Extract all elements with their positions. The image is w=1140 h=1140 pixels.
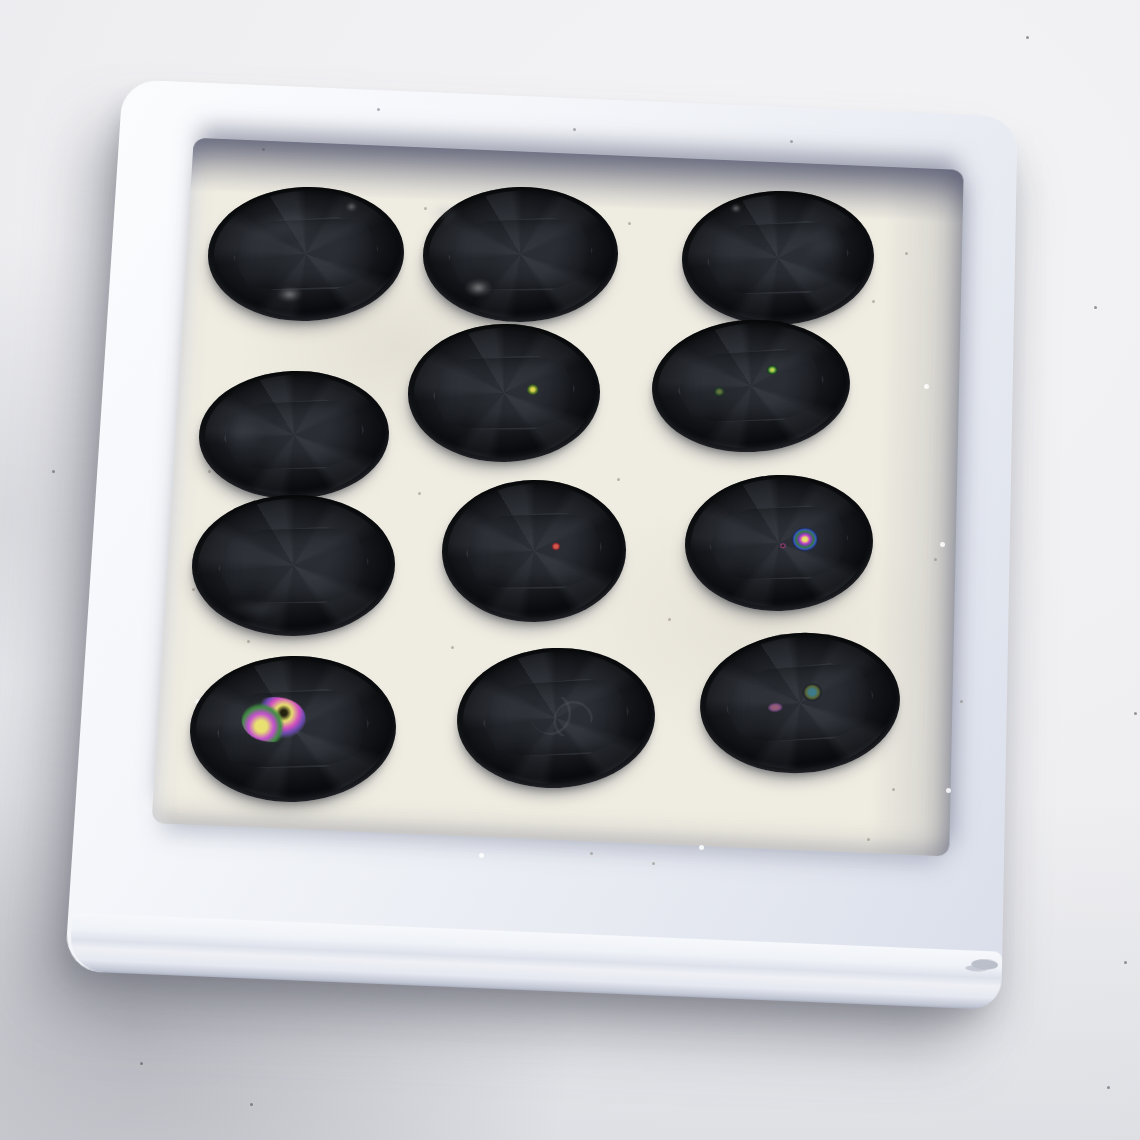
gem-table-facet [218,526,370,605]
gemstone-r3c3 [683,472,876,614]
gemstone-r2c2 [407,322,601,463]
gemstone-r4c2 [453,643,658,793]
gemstone-r1c2 [422,185,619,323]
gemstone-r3c1 [191,493,396,638]
gem-table-facet [432,355,575,432]
gemstone-r2c3 [649,315,854,457]
gemstone-r4c1 [188,652,399,805]
gem-table-facet [465,511,603,590]
gemstone-r3c2 [441,478,627,623]
gem-table-facet [448,217,594,292]
gemstones-grid [0,0,1140,1140]
gemstone-r1c3 [680,188,877,329]
photo-scene [0,0,1140,1140]
gemstone-r2c1 [197,368,391,503]
gemstone-r4c3 [695,626,904,780]
gemstone-r1c1 [206,184,407,325]
